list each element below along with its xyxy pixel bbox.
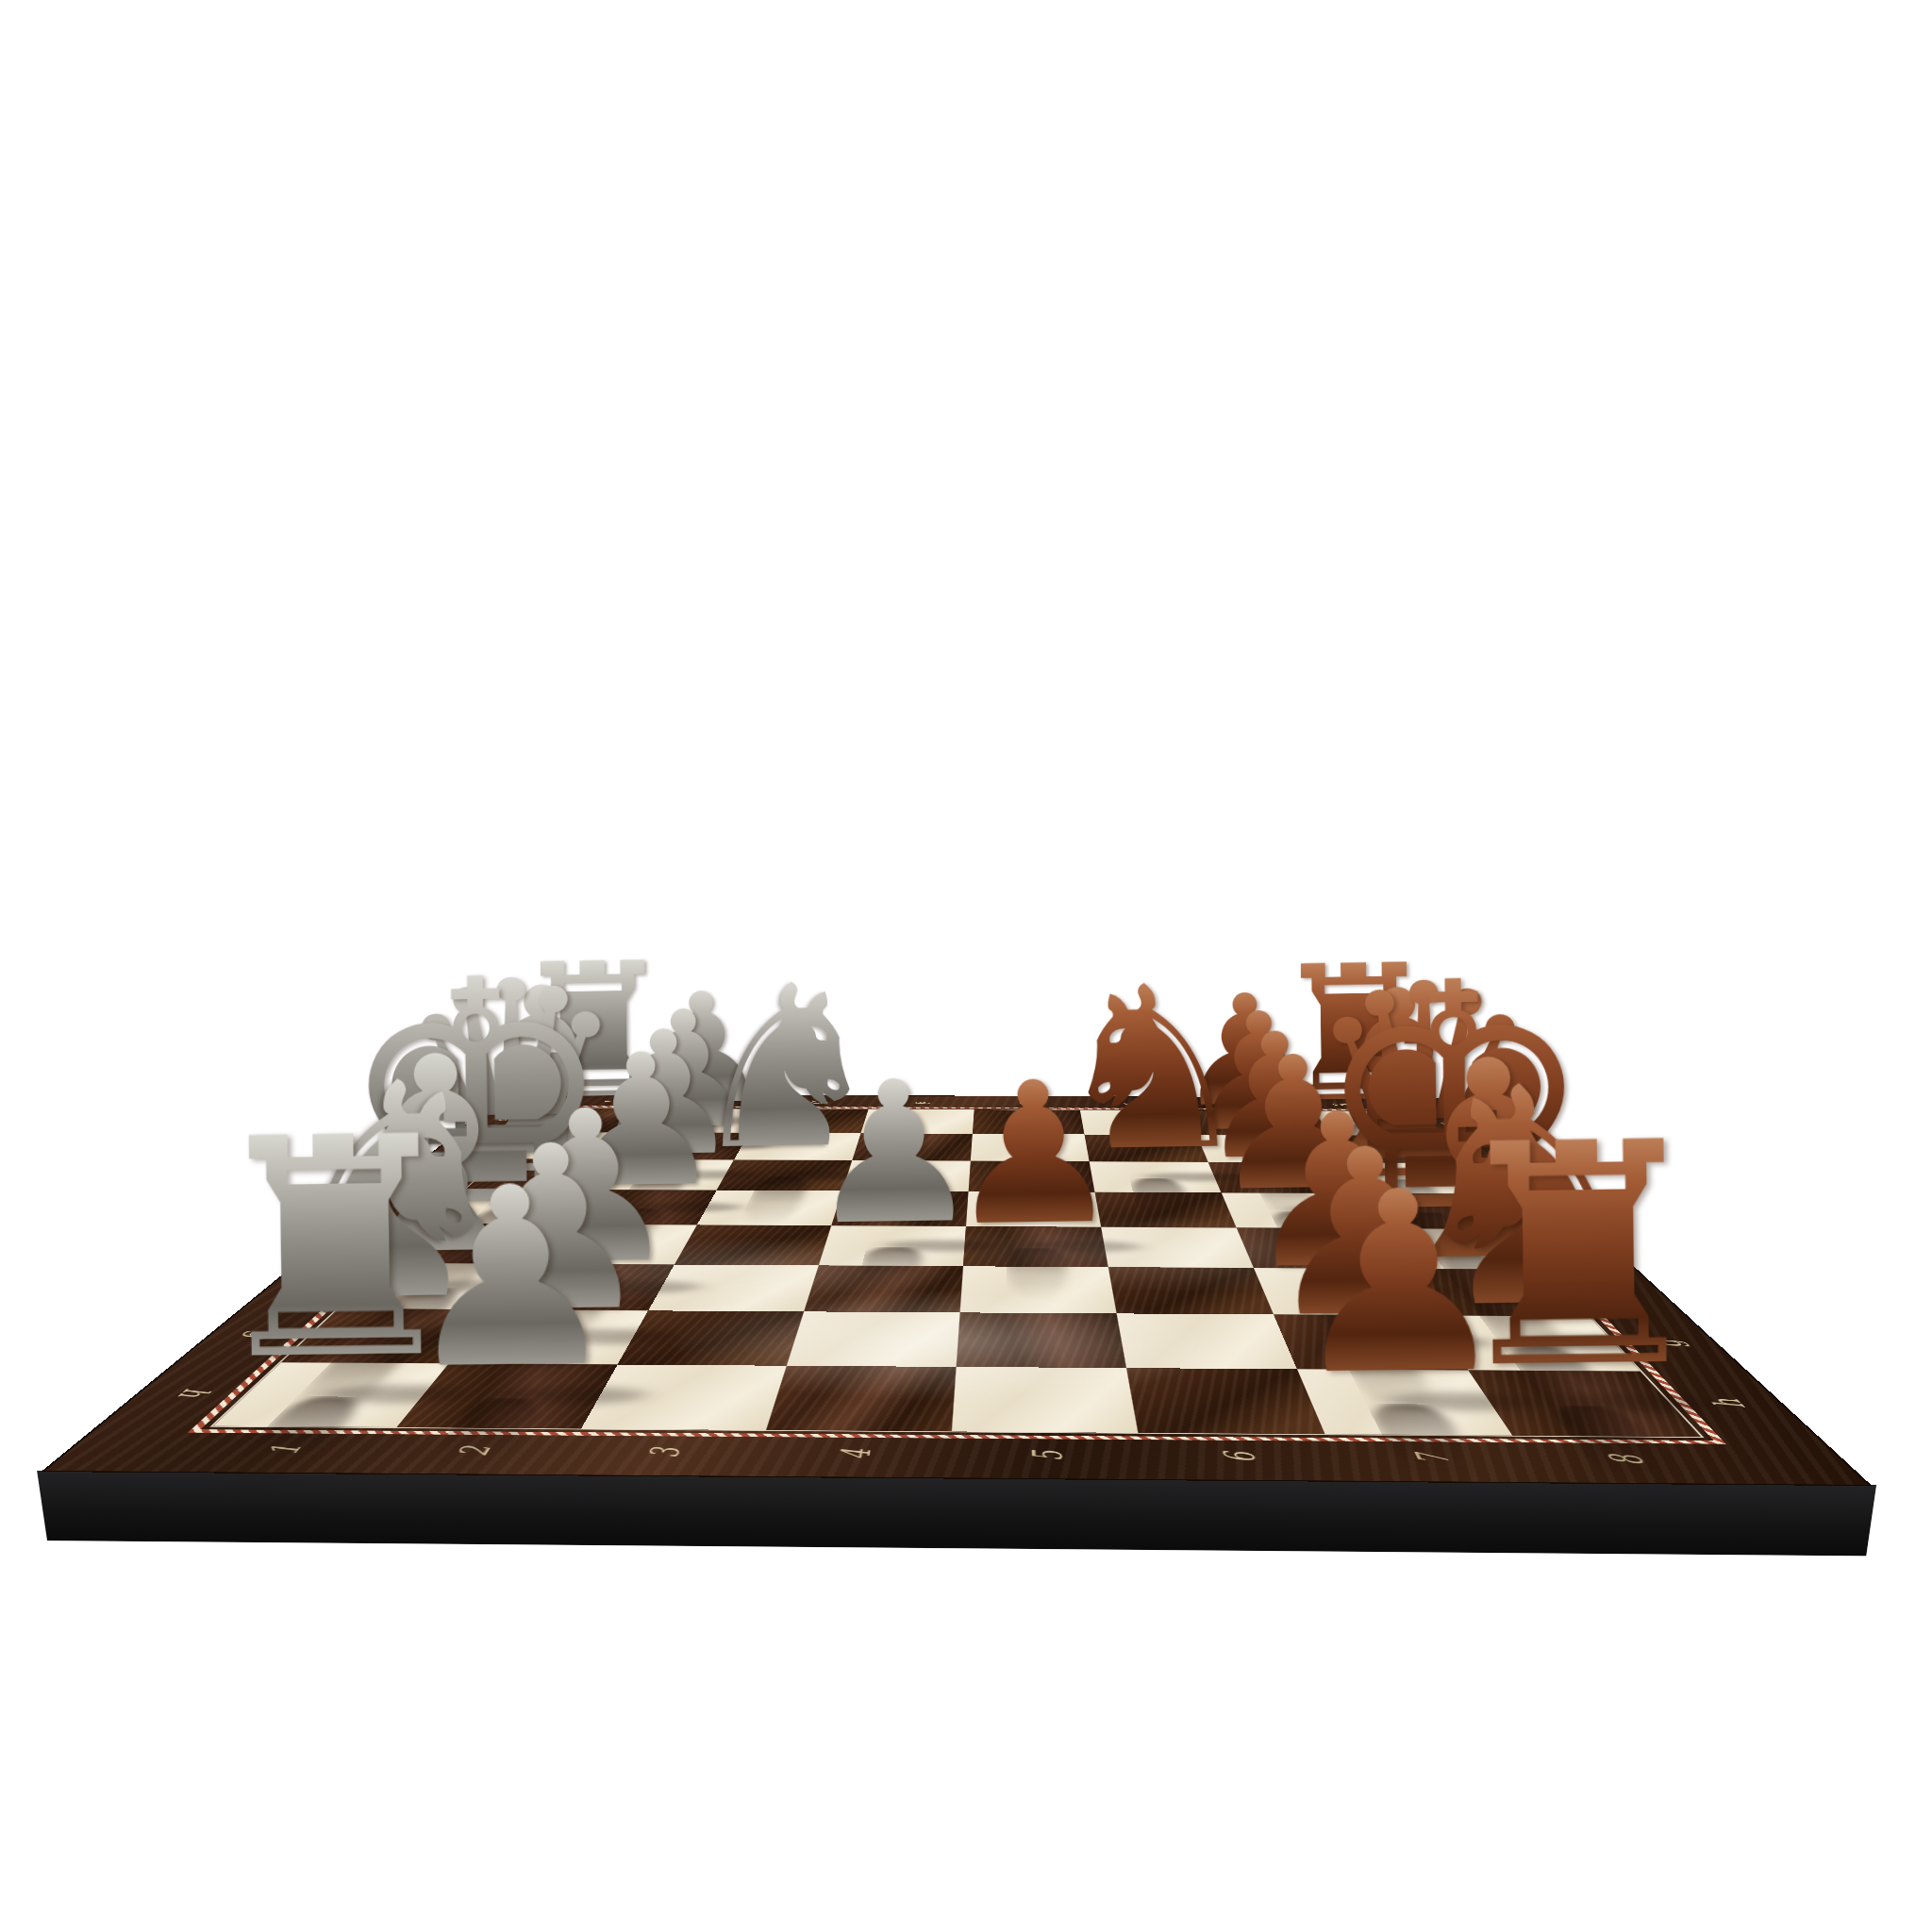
far-border-rank-label-6: 6 <box>1118 1102 1144 1105</box>
near-border-rank-label-1: 1 <box>255 1445 310 1456</box>
rook-glyph: ♜ <box>1438 1101 1718 1410</box>
product-photo-scene: ♜♟♟♜♟♟♝♟♞♞♟♝♛♟♟♛♚♟♟♚♝♟♟♝♞♟♟♞♜♟♟♜ 1122334… <box>0 0 1932 1932</box>
pawn-glyph: ♟ <box>398 1153 623 1403</box>
chessboard-3d-wrapper: ♜♟♟♜♟♟♝♟♞♞♟♝♛♟♟♛♚♟♟♚♝♟♟♝♞♟♟♞♜♟♟♜ 1122334… <box>45 1094 1869 1485</box>
board-near-edge-face <box>37 1471 1876 1557</box>
near-border-rank-label-6: 6 <box>1214 1452 1264 1462</box>
pawn-glyph: ♟ <box>944 1055 1123 1253</box>
near-border-rank-label-8: 8 <box>1598 1455 1654 1465</box>
near-border-rank-label-3: 3 <box>638 1448 689 1458</box>
near-border-rank-label-5: 5 <box>1023 1451 1070 1461</box>
near-border-rank-label-2: 2 <box>446 1446 500 1457</box>
far-border-rank-label-2: 2 <box>701 1100 728 1103</box>
near-border-rank-label-7: 7 <box>1406 1454 1458 1464</box>
near-border-rank-label-4: 4 <box>830 1449 879 1459</box>
chess-board: ♜♟♟♜♟♟♝♟♞♞♟♝♛♟♟♛♚♟♟♚♝♟♟♝♞♟♟♞♜♟♟♜ 1122334… <box>45 1094 1869 1485</box>
